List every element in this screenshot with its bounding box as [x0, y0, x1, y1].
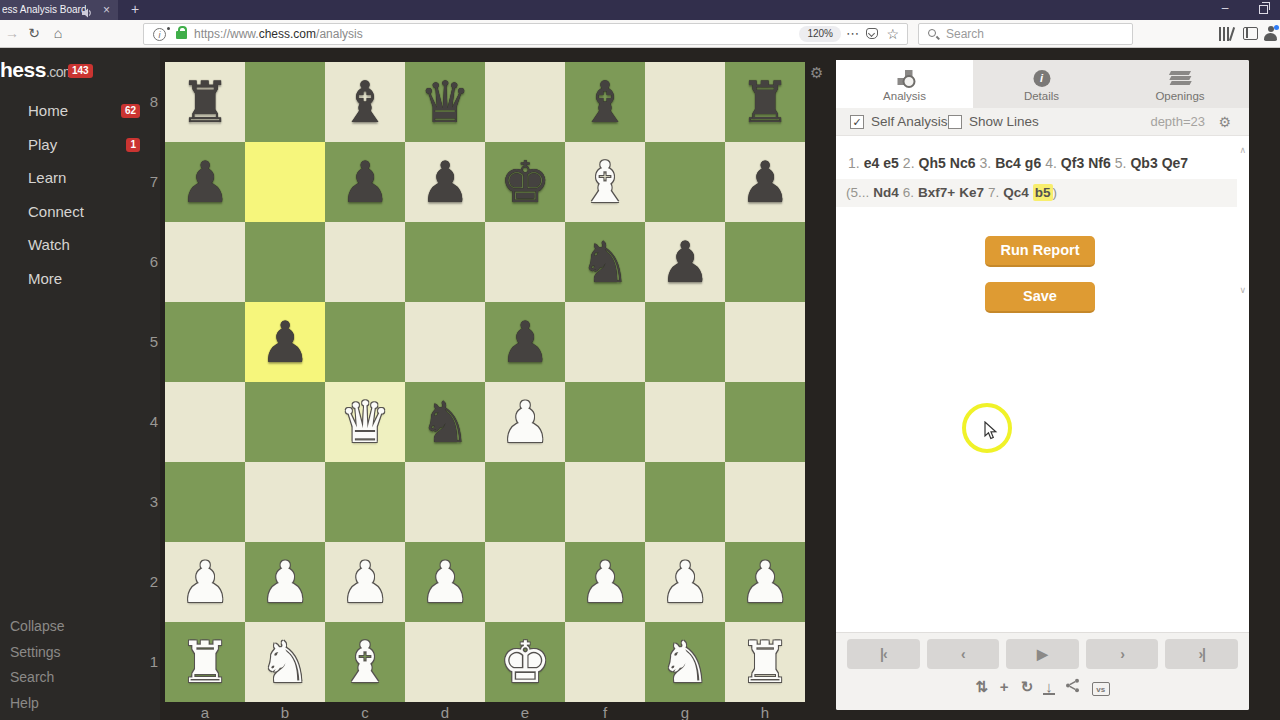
move-nav-bar: |‹‹▶››| ⇅+↻↓vs — [836, 632, 1249, 710]
logo-text: hess — [0, 58, 46, 81]
piece-a7: ♟ — [179, 142, 230, 222]
square-b7[interactable] — [245, 142, 325, 222]
new-tab-button[interactable]: + — [122, 0, 148, 20]
piece-h2: ♟ — [739, 542, 790, 622]
move-nav-buttons: |‹‹▶››| — [847, 639, 1238, 669]
tab-openings[interactable]: Openings — [1111, 60, 1249, 108]
square-g5[interactable] — [645, 302, 725, 382]
move-Nf6[interactable]: Nf6 — [1088, 155, 1111, 171]
chesscom-logo[interactable]: hess.com — [0, 58, 74, 82]
variation-move-: ) — [1053, 185, 1058, 200]
square-b4[interactable] — [245, 382, 325, 462]
rank-label-5: 5 — [146, 302, 162, 382]
rank-label-3: 3 — [146, 462, 162, 542]
file-label-g: g — [645, 704, 725, 720]
analysis-options-row: ✓ Self Analysis Show Lines depth=23 ⚙ — [836, 108, 1249, 136]
nav-go-start-button[interactable]: |‹ — [847, 639, 920, 669]
piece-a2: ♟ — [179, 542, 230, 622]
board-tools-row: ⇅+↻↓vs — [836, 677, 1249, 696]
sidebar-item-learn[interactable]: Learn — [0, 161, 160, 195]
move-e5[interactable]: e5 — [883, 155, 899, 171]
piece-g1: ♞ — [659, 622, 710, 702]
info-icon: i — [1033, 70, 1050, 87]
depth-indicator: depth=23 — [1150, 108, 1205, 136]
square-h1[interactable]: ♜ — [725, 622, 805, 702]
scroll-up-icon[interactable]: ∧ — [1239, 145, 1246, 155]
self-analysis-checkbox[interactable]: ✓ — [850, 115, 864, 129]
sidebar-item-connect[interactable]: Connect — [0, 195, 160, 229]
sidebar-item-label: Learn — [28, 169, 66, 186]
square-a5[interactable] — [165, 302, 245, 382]
file-label-d: d — [405, 704, 485, 720]
tab-analysis-label: Analysis — [836, 90, 973, 102]
move-Bc4[interactable]: Bc4 — [995, 155, 1021, 171]
piece-h7: ♟ — [739, 142, 790, 222]
square-e5[interactable]: ♟ — [485, 302, 565, 382]
variation-move-Bxf7+[interactable]: Bxf7+ — [918, 185, 955, 200]
browser-titlebar: ess Analysis Board and P × + – — [0, 0, 1280, 20]
sidebar-footer-settings[interactable]: Settings — [0, 640, 160, 666]
sidebar-item-more[interactable]: More — [0, 262, 160, 296]
square-f2[interactable]: ♟ — [565, 542, 645, 622]
tab-close-icon[interactable]: × — [103, 0, 110, 20]
flip-board-icon[interactable]: ⇅ — [975, 678, 988, 696]
reset-icon[interactable]: ↻ — [1021, 678, 1034, 696]
search-icon — [928, 29, 936, 37]
browser-tab[interactable]: ess Analysis Board and P × — [0, 0, 118, 20]
square-c3[interactable] — [325, 462, 405, 542]
move-5: 5. — [1115, 155, 1127, 171]
square-g6[interactable]: ♟ — [645, 222, 725, 302]
square-b2[interactable]: ♟ — [245, 542, 325, 622]
sidebar-toggle-icon[interactable] — [1243, 27, 1258, 40]
variation-move-6: 6. — [903, 185, 914, 200]
square-d3[interactable] — [405, 462, 485, 542]
variation-move-Qc4[interactable]: Qc4 — [1003, 185, 1029, 200]
rank-label-6: 6 — [146, 222, 162, 302]
square-f7[interactable]: ♝ — [565, 142, 645, 222]
sidebar-item-label: Home — [28, 102, 68, 119]
square-c5[interactable] — [325, 302, 405, 382]
sidebar-footer-help[interactable]: Help — [0, 691, 160, 717]
restore-icon — [1262, 2, 1270, 10]
piece-b1: ♞ — [259, 622, 310, 702]
move-3: 3. — [979, 155, 991, 171]
piece-h1: ♜ — [739, 622, 790, 702]
sidebar-item-label: More — [28, 270, 62, 287]
square-d7[interactable]: ♟ — [405, 142, 485, 222]
chess-board: ♜♝♛♝♜♟♟♟♚♝♟♞♟♟♟♛♞♟♟♟♟♟♟♟♟♜♞♝♚♞♜ — [165, 62, 805, 702]
openings-icon — [1169, 71, 1191, 75]
analysis-settings-gear-icon[interactable]: ⚙ — [1218, 108, 1231, 136]
bookmark-star-icon[interactable]: ☆ — [886, 24, 899, 45]
rank-labels: 87654321 — [146, 62, 162, 702]
square-b6[interactable] — [245, 222, 325, 302]
self-analysis-label: Self Analysis — [871, 108, 948, 136]
piece-d8: ♛ — [419, 62, 470, 142]
rank-label-7: 7 — [146, 142, 162, 222]
piece-c4: ♛ — [339, 382, 390, 462]
move-Qe7[interactable]: Qe7 — [1162, 155, 1188, 171]
square-e3[interactable] — [485, 462, 565, 542]
rank-label-2: 2 — [146, 542, 162, 622]
sidebar-item-badge: 1 — [126, 138, 140, 152]
file-label-e: e — [485, 704, 565, 720]
piece-e7: ♚ — [499, 142, 550, 222]
square-e7[interactable]: ♚ — [485, 142, 565, 222]
square-g2[interactable]: ♟ — [645, 542, 725, 622]
logo-badge: 143 — [68, 64, 93, 78]
piece-f2: ♟ — [579, 542, 630, 622]
main-stage: 87654321 ♜♝♛♝♜♟♟♟♚♝♟♞♟♟♟♛♞♟♟♟♟♟♟♟♟♜♞♝♚♞♜… — [160, 48, 1280, 720]
mainline-moves: 1.e4e52.Qh5Nc63.Bc4g64.Qf3Nf65.Qb3Qe7 — [848, 155, 1192, 171]
sidebar-footer-collapse[interactable]: Collapse — [0, 614, 160, 640]
nav-forward-button[interactable]: › — [1086, 639, 1159, 669]
screen: ess Analysis Board and P × + – → ↻ ⌂ i h… — [0, 0, 1280, 720]
tab-audio-icon[interactable] — [82, 5, 92, 20]
piece-h8: ♜ — [739, 62, 790, 142]
forward-icon[interactable]: → — [2, 20, 22, 47]
download-glyph: ↓ — [1045, 678, 1053, 695]
piece-b5: ♟ — [259, 302, 310, 382]
sidebar-footer: CollapseSettingsSearchHelp — [0, 614, 160, 716]
minimize-button[interactable]: – — [1215, 0, 1235, 20]
download-icon[interactable]: ↓ — [1045, 678, 1053, 695]
tab-title: ess Analysis Board and P — [2, 0, 86, 20]
square-b5[interactable]: ♟ — [245, 302, 325, 382]
url-domain: chess.com — [259, 27, 316, 41]
square-e6[interactable] — [485, 222, 565, 302]
tab-details[interactable]: i Details — [973, 60, 1110, 108]
square-c8[interactable]: ♝ — [325, 62, 405, 142]
sidebar-item-label: Connect — [28, 203, 84, 220]
variation-move-5: (5... — [846, 185, 869, 200]
analysis-icon — [897, 70, 912, 85]
variation-moves: (5...Nd46.Bxf7+Ke77.Qc4b5) — [846, 185, 1061, 200]
sidebar-item-watch[interactable]: Watch — [0, 228, 160, 262]
square-c6[interactable] — [325, 222, 405, 302]
file-label-f: f — [565, 704, 645, 720]
add-icon[interactable]: + — [1000, 678, 1009, 695]
site-info-icon[interactable]: i — [153, 28, 166, 41]
square-e4[interactable]: ♟ — [485, 382, 565, 462]
rank-label-8: 8 — [146, 62, 162, 142]
piece-f6: ♞ — [579, 222, 630, 302]
piece-c1: ♝ — [339, 622, 390, 702]
page-actions-icon[interactable]: ⋯ — [846, 24, 859, 44]
analysis-panel: Analysis i Details Openings ✓ Self Analy… — [836, 60, 1249, 710]
move-g6[interactable]: g6 — [1025, 155, 1041, 171]
pocket-icon[interactable] — [866, 28, 878, 39]
square-h5[interactable] — [725, 302, 805, 382]
account-notification-dot — [1274, 25, 1279, 30]
square-f4[interactable] — [565, 382, 645, 462]
square-b1[interactable]: ♞ — [245, 622, 325, 702]
file-labels: abcdefgh — [165, 704, 805, 720]
square-e2[interactable] — [485, 542, 565, 622]
square-c4[interactable]: ♛ — [325, 382, 405, 462]
variation-move-7: 7. — [988, 185, 999, 200]
square-e8[interactable] — [485, 62, 565, 142]
piece-c2: ♟ — [339, 542, 390, 622]
permission-dot — [167, 27, 170, 30]
square-a4[interactable] — [165, 382, 245, 462]
piece-e5: ♟ — [499, 302, 550, 382]
piece-e4: ♟ — [499, 382, 550, 462]
vs-computer-icon[interactable]: vs — [1092, 678, 1110, 696]
piece-g2: ♟ — [659, 542, 710, 622]
piece-c8: ♝ — [339, 62, 390, 142]
vs-computer-glyph: vs — [1092, 682, 1110, 696]
move-4: 4. — [1045, 155, 1057, 171]
file-label-a: a — [165, 704, 245, 720]
square-a6[interactable] — [165, 222, 245, 302]
home-icon[interactable]: ⌂ — [48, 20, 68, 47]
refresh-icon[interactable]: ↻ — [24, 20, 44, 47]
scroll-down-icon[interactable]: ∨ — [1239, 285, 1246, 295]
move-e4[interactable]: e4 — [864, 155, 880, 171]
square-c1[interactable]: ♝ — [325, 622, 405, 702]
mouse-cursor — [984, 421, 998, 445]
nav-play-button[interactable]: ▶ — [1006, 639, 1079, 669]
square-g1[interactable]: ♞ — [645, 622, 725, 702]
variation-move-Nd4[interactable]: Nd4 — [873, 185, 899, 200]
square-b3[interactable] — [245, 462, 325, 542]
variation-move-b5[interactable]: b5 — [1033, 184, 1053, 201]
square-a8[interactable]: ♜ — [165, 62, 245, 142]
square-h3[interactable] — [725, 462, 805, 542]
file-label-b: b — [245, 704, 325, 720]
square-a3[interactable] — [165, 462, 245, 542]
rank-label-1: 1 — [146, 622, 162, 702]
tab-details-label: Details — [973, 90, 1110, 102]
move-Nc6[interactable]: Nc6 — [950, 155, 976, 171]
piece-e1: ♚ — [499, 622, 550, 702]
square-f6[interactable]: ♞ — [565, 222, 645, 302]
square-g7[interactable] — [645, 142, 725, 222]
board-settings-gear-icon[interactable]: ⚙ — [810, 64, 823, 82]
square-d2[interactable]: ♟ — [405, 542, 485, 622]
search-placeholder: Search — [946, 24, 984, 44]
browser-toolbar: → ↻ ⌂ i https://www.chess.com/analysis 1… — [0, 20, 1280, 48]
move-Qf3[interactable]: Qf3 — [1061, 155, 1084, 171]
variation-move-Ke7[interactable]: Ke7 — [959, 185, 984, 200]
square-d8[interactable]: ♛ — [405, 62, 485, 142]
square-c7[interactable]: ♟ — [325, 142, 405, 222]
piece-f8: ♝ — [579, 62, 630, 142]
square-f8[interactable]: ♝ — [565, 62, 645, 142]
panel-tabbar: Analysis i Details Openings — [836, 60, 1249, 108]
save-button[interactable]: Save — [985, 282, 1095, 313]
show-lines-checkbox[interactable] — [948, 115, 962, 129]
file-label-c: c — [325, 704, 405, 720]
square-h7[interactable]: ♟ — [725, 142, 805, 222]
sidebar-footer-search[interactable]: Search — [0, 665, 160, 691]
piece-f7: ♝ — [579, 142, 630, 222]
share-icon[interactable] — [1065, 678, 1080, 696]
square-a2[interactable]: ♟ — [165, 542, 245, 622]
url-prefix: https://www. — [194, 27, 259, 41]
square-f5[interactable] — [565, 302, 645, 382]
square-h8[interactable]: ♜ — [725, 62, 805, 142]
square-d4[interactable]: ♞ — [405, 382, 485, 462]
rank-label-4: 4 — [146, 382, 162, 462]
run-report-button[interactable]: Run Report — [985, 236, 1095, 267]
move-Qh5[interactable]: Qh5 — [919, 155, 946, 171]
file-label-h: h — [725, 704, 805, 720]
chesscom-sidebar: hess.com 143 Home62Play1LearnConnectWatc… — [0, 48, 160, 720]
square-f1[interactable] — [565, 622, 645, 702]
tab-openings-label: Openings — [1111, 90, 1249, 102]
restore-button[interactable] — [1259, 5, 1268, 14]
sidebar-item-home[interactable]: Home62 — [0, 94, 160, 128]
zoom-level-badge[interactable]: 120% — [799, 26, 841, 42]
piece-c7: ♟ — [339, 142, 390, 222]
square-d6[interactable] — [405, 222, 485, 302]
square-e1[interactable]: ♚ — [485, 622, 565, 702]
nav-back-button[interactable]: ‹ — [927, 639, 1000, 669]
square-b8[interactable] — [245, 62, 325, 142]
library-icon[interactable] — [1218, 27, 1234, 41]
piece-d4: ♞ — [419, 382, 470, 462]
url-bar[interactable]: i https://www.chess.com/analysis 120% ⋯ … — [143, 23, 908, 45]
move-2: 2. — [903, 155, 915, 171]
sidebar-item-badge: 62 — [121, 104, 140, 118]
square-d1[interactable] — [405, 622, 485, 702]
piece-b2: ♟ — [259, 542, 310, 622]
sidebar-menu: Home62Play1LearnConnectWatchMore — [0, 94, 160, 295]
show-lines-label: Show Lines — [969, 108, 1039, 136]
url-text: https://www.chess.com/analysis — [194, 24, 363, 45]
piece-g6: ♟ — [659, 222, 710, 302]
square-a7[interactable]: ♟ — [165, 142, 245, 222]
square-d5[interactable] — [405, 302, 485, 382]
sidebar-item-label: Play — [28, 136, 57, 153]
piece-d2: ♟ — [419, 542, 470, 622]
square-g3[interactable] — [645, 462, 725, 542]
piece-a1: ♜ — [179, 622, 230, 702]
nav-go-end-button[interactable]: ›| — [1165, 639, 1238, 669]
search-bar[interactable]: Search — [918, 23, 1133, 45]
move-Qb3[interactable]: Qb3 — [1130, 155, 1157, 171]
square-g4[interactable] — [645, 382, 725, 462]
piece-d7: ♟ — [419, 142, 470, 222]
square-h4[interactable] — [725, 382, 805, 462]
move-1: 1. — [848, 155, 860, 171]
square-h6[interactable] — [725, 222, 805, 302]
square-f3[interactable] — [565, 462, 645, 542]
tab-analysis[interactable]: Analysis — [836, 60, 973, 108]
square-h2[interactable]: ♟ — [725, 542, 805, 622]
square-c2[interactable]: ♟ — [325, 542, 405, 622]
square-g8[interactable] — [645, 62, 725, 142]
square-a1[interactable]: ♜ — [165, 622, 245, 702]
lock-icon — [176, 31, 187, 39]
piece-a8: ♜ — [179, 62, 230, 142]
sidebar-item-label: Watch — [28, 236, 70, 253]
url-path: /analysis — [316, 27, 363, 41]
sidebar-item-play[interactable]: Play1 — [0, 128, 160, 162]
